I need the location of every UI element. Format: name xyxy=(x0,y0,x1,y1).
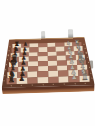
chess-piece-black-p: ♟ xyxy=(19,76,25,83)
product-photo: ♜♞♝♛♚♝♞♜♟♟♟♟♟♟♟♟♟♟♟♟♟♟♟♟♜♞♝♛♚♝♞♜ xyxy=(0,0,95,126)
pieces-layer: ♜♞♝♛♚♝♞♜♟♟♟♟♟♟♟♟♟♟♟♟♟♟♟♟♜♞♝♛♚♝♞♜ xyxy=(0,0,95,126)
chess-piece-white-p: ♟ xyxy=(71,74,77,81)
chess-piece-white-r: ♜ xyxy=(81,73,89,81)
chess-set-scene: ♜♞♝♛♚♝♞♜♟♟♟♟♟♟♟♟♟♟♟♟♟♟♟♟♜♞♝♛♚♝♞♜ xyxy=(0,0,95,126)
chess-piece-black-r: ♜ xyxy=(7,75,15,83)
